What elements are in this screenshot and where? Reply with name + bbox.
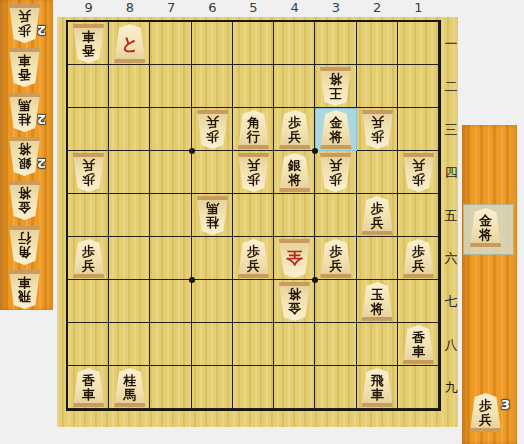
hand-gote-rook[interactable]: 飛車: [8, 270, 41, 309]
square-8四[interactable]: [109, 151, 150, 194]
rank-label-3: 三: [443, 122, 459, 138]
hand-count-gote-pawn: 2: [37, 23, 46, 38]
square-1九[interactable]: [398, 366, 439, 409]
square-7五[interactable]: [150, 194, 191, 237]
square-6二[interactable]: [192, 65, 233, 108]
square-2六[interactable]: [357, 237, 398, 280]
square-4五[interactable]: [274, 194, 315, 237]
square-8七[interactable]: [109, 280, 150, 323]
square-2四[interactable]: [357, 151, 398, 194]
square-3五[interactable]: [315, 194, 356, 237]
square-2二[interactable]: [357, 65, 398, 108]
file-label-1: 1: [398, 0, 439, 15]
square-6八[interactable]: [192, 323, 233, 366]
square-2一[interactable]: [357, 22, 398, 65]
square-1七[interactable]: [398, 280, 439, 323]
square-6七[interactable]: [192, 280, 233, 323]
square-7四[interactable]: [150, 151, 191, 194]
square-3九[interactable]: [315, 366, 356, 409]
gote-captured-stand: 歩兵2香車桂馬2銀将2金将角行飛車: [0, 0, 53, 310]
square-5五[interactable]: [233, 194, 274, 237]
square-7一[interactable]: [150, 22, 191, 65]
square-7三[interactable]: [150, 108, 191, 151]
star-point: [189, 277, 195, 283]
square-3八[interactable]: [315, 323, 356, 366]
file-label-6: 6: [192, 0, 233, 15]
rank-label-1: 一: [443, 36, 459, 52]
square-5二[interactable]: [233, 65, 274, 108]
square-4九[interactable]: [274, 366, 315, 409]
hand-gote-bishop[interactable]: 角行: [8, 226, 41, 265]
square-5一[interactable]: [233, 22, 274, 65]
square-5七[interactable]: [233, 280, 274, 323]
rank-label-2: 二: [443, 79, 459, 95]
square-1五[interactable]: [398, 194, 439, 237]
square-1三[interactable]: [398, 108, 439, 151]
square-1二[interactable]: [398, 65, 439, 108]
square-3七[interactable]: [315, 280, 356, 323]
square-1一[interactable]: [398, 22, 439, 65]
hand-gote-gold[interactable]: 金将: [8, 181, 41, 220]
file-label-9: 9: [68, 0, 109, 15]
square-6九[interactable]: [192, 366, 233, 409]
square-9三[interactable]: [68, 108, 109, 151]
hand-count-gote-silver: 2: [37, 156, 46, 171]
star-point: [189, 148, 195, 154]
shogi-app: 歩兵2香車桂馬2銀将2金将角行飛車 香車と王将歩兵角行歩兵金将歩兵歩兵歩兵銀将歩…: [0, 0, 524, 444]
square-9八[interactable]: [68, 323, 109, 366]
square-6一[interactable]: [192, 22, 233, 65]
hand-sente-pawn[interactable]: 歩兵: [469, 393, 502, 432]
square-9五[interactable]: [68, 194, 109, 237]
square-8六[interactable]: [109, 237, 150, 280]
square-7六[interactable]: [150, 237, 191, 280]
square-7二[interactable]: [150, 65, 191, 108]
rank-label-8: 八: [443, 337, 459, 353]
square-7七[interactable]: [150, 280, 191, 323]
board-grid: 香車と王将歩兵角行歩兵金将歩兵歩兵歩兵銀将歩兵歩兵桂馬歩兵歩兵歩兵全歩兵歩兵金将…: [66, 20, 441, 411]
square-5九[interactable]: [233, 366, 274, 409]
square-8八[interactable]: [109, 323, 150, 366]
square-4二[interactable]: [274, 65, 315, 108]
rank-label-7: 七: [443, 294, 459, 310]
square-8五[interactable]: [109, 194, 150, 237]
square-4一[interactable]: [274, 22, 315, 65]
square-3一[interactable]: [315, 22, 356, 65]
hand-count-gote-knight: 2: [37, 112, 46, 127]
hand-gote-lance[interactable]: 香車: [8, 48, 41, 87]
square-9二[interactable]: [68, 65, 109, 108]
square-7八[interactable]: [150, 323, 191, 366]
rank-label-9: 九: [443, 380, 459, 396]
square-8三[interactable]: [109, 108, 150, 151]
rank-label-5: 五: [443, 208, 459, 224]
file-label-2: 2: [357, 0, 398, 15]
file-label-4: 4: [274, 0, 315, 15]
hand-count-sente-pawn: 3: [501, 397, 510, 412]
file-label-5: 5: [233, 0, 274, 15]
square-8二[interactable]: [109, 65, 150, 108]
square-5八[interactable]: [233, 323, 274, 366]
square-7九[interactable]: [150, 366, 191, 409]
square-9七[interactable]: [68, 280, 109, 323]
square-6六[interactable]: [192, 237, 233, 280]
file-label-8: 8: [109, 0, 150, 15]
sente-captured-stand: 金将歩兵3: [462, 125, 517, 444]
file-label-3: 3: [315, 0, 356, 15]
square-2八[interactable]: [357, 323, 398, 366]
square-6四[interactable]: [192, 151, 233, 194]
file-label-7: 7: [150, 0, 191, 15]
rank-label-4: 四: [443, 165, 459, 181]
square-4八[interactable]: [274, 323, 315, 366]
rank-label-6: 六: [443, 251, 459, 267]
